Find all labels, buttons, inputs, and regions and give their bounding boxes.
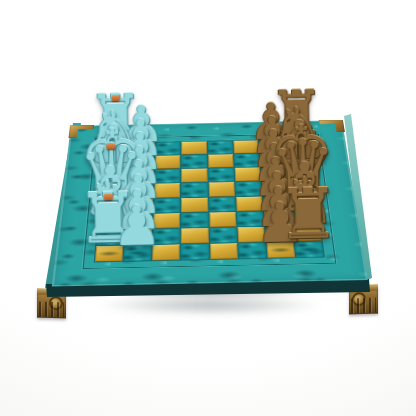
board-square [209,227,237,243]
product-photo-stage: ♜♟♟♜♞♟♟♞♝♟♟♝♚♟♟♚♛♟♟♛♝♟♟♝♞♟♟♞♜♟♟♜ [0,0,416,416]
board-top-surface: ♜♟♟♜♞♟♟♞♝♟♟♝♚♟♟♚♛♟♟♛♝♟♟♝♞♟♟♞♜♟♟♜ [52,120,368,286]
board-square [181,169,207,183]
board-square [208,154,234,168]
board-grid: ♜♟♟♜♞♟♟♞♝♟♟♝♚♟♟♚♛♟♟♛♝♟♟♝♞♟♟♞♜♟♟♜ [95,139,324,262]
board-square [181,244,209,260]
bronze-rook: ♜ [277,180,341,251]
perspective-scene: ♜♟♟♜♞♟♟♞♝♟♟♝♚♟♟♚♛♟♟♛♝♟♟♝♞♟♟♞♜♟♟♜ [0,0,416,416]
board-square [181,228,208,244]
chess-board: ♜♟♟♜♞♟♟♞♝♟♟♝♚♟♟♚♛♟♟♛♝♟♟♝♞♟♟♞♜♟♟♜ [52,120,368,286]
board-square [209,243,237,259]
board-square [181,212,208,227]
teal-pawn: ♟ [112,198,162,254]
board-square [208,182,234,197]
board-square [182,155,207,169]
board-square [209,197,236,212]
board-square [209,212,236,227]
board-square: ♟ [124,245,152,261]
board-square [181,183,207,198]
board-square [181,197,207,212]
copper-accent [107,143,116,149]
board-square: ♜ [295,241,324,257]
